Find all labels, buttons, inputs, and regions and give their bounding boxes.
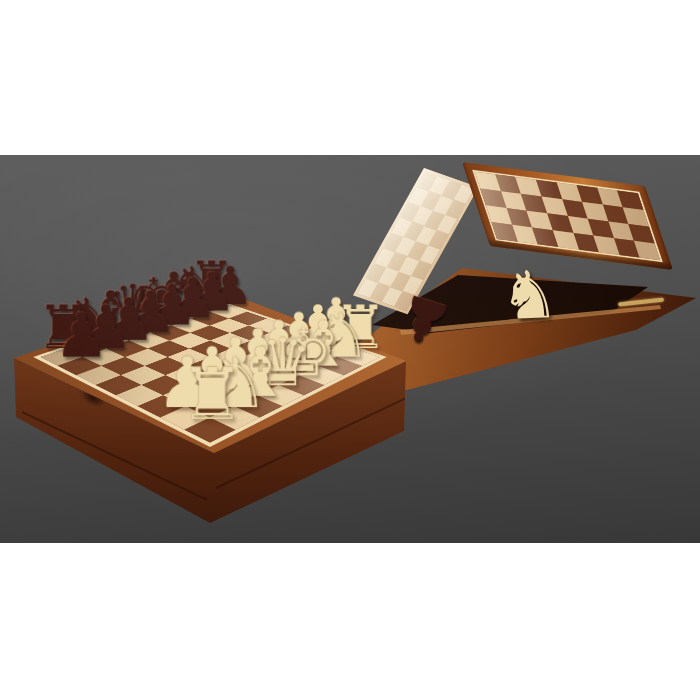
piece-white-rook: ♜ <box>180 357 240 429</box>
closed-chess-box: ♜♞♝♛♚♝♞♜♟♟♟♟♟♟♟♟♟♟♟♟♟♟♟♟♜♞♝♛♚♝♞♜ <box>0 155 700 543</box>
chess-board: ♜♞♝♛♚♝♞♜♟♟♟♟♟♟♟♟♟♟♟♟♟♟♟♟♜♞♝♛♚♝♞♜ <box>40 299 379 442</box>
photo-area: ♟ ♞ ♜♞♝♛♚♝♞♜♟♟♟♟♟♟♟♟♟♟♟♟♟♟♟♟♜♞♝♛♚♝♞♜ <box>0 155 700 543</box>
board-grid: ♜♞♝♛♚♝♞♜♟♟♟♟♟♟♟♟♟♟♟♟♟♟♟♟♜♞♝♛♚♝♞♜ <box>40 299 379 442</box>
piece-black-pawn: ♟ <box>54 304 105 365</box>
board-perspective-wrapper: ♜♞♝♛♚♝♞♜♟♟♟♟♟♟♟♟♟♟♟♟♟♟♟♟♜♞♝♛♚♝♞♜ <box>90 237 330 477</box>
product-photo: ♟ ♞ ♜♞♝♛♚♝♞♜♟♟♟♟♟♟♟♟♟♟♟♟♟♟♟♟♜♞♝♛♚♝♞♜ <box>0 0 700 700</box>
square-a1: ♜ <box>184 418 235 443</box>
